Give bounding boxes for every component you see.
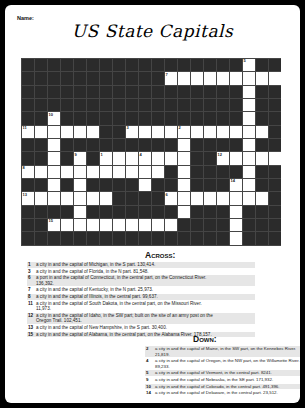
- across-clue-3: 3a city in and the capital of Florida, i…: [27, 269, 255, 275]
- cell-r2c18: [256, 86, 268, 98]
- cell-r11c8: [126, 206, 138, 218]
- cell-r11c18: [256, 206, 268, 218]
- cell-r10c3[interactable]: [61, 192, 73, 204]
- cell-r6c12[interactable]: [178, 139, 190, 151]
- cell-r12c13: [191, 219, 203, 231]
- cell-r12c1: [35, 219, 47, 231]
- cell-r7c0: [22, 152, 34, 164]
- cell-r3c7: [113, 99, 125, 111]
- cell-r0c12: [178, 59, 190, 71]
- cell-number-7: 7: [166, 73, 168, 78]
- cell-r9c16[interactable]: 14: [230, 179, 242, 191]
- cell-r2c1: [35, 86, 47, 98]
- cell-r6c16: [230, 139, 242, 151]
- cell-r6c9: [139, 139, 151, 151]
- cell-number-15: 15: [49, 219, 53, 224]
- cell-r5c17[interactable]: [243, 126, 255, 138]
- cell-r9c0: [22, 179, 34, 191]
- puzzle-title: US State Capitals: [5, 21, 300, 41]
- cell-r5c7: [113, 126, 125, 138]
- cell-r3c19: [269, 99, 281, 111]
- cell-r6c13: [191, 139, 203, 151]
- cell-number-3: 3: [127, 126, 129, 131]
- cell-number-6: 6: [166, 193, 168, 198]
- cell-r9c3: [61, 179, 73, 191]
- cell-r6c15: [217, 139, 229, 151]
- cell-r12c9[interactable]: [139, 219, 151, 231]
- cell-r12c7[interactable]: [113, 219, 125, 231]
- cell-r9c18: [256, 179, 268, 191]
- cell-r7c6[interactable]: 1: [100, 152, 112, 164]
- cell-r10c14[interactable]: [204, 192, 216, 204]
- cell-r9c10: [152, 179, 164, 191]
- down-clue-5: 5a city in and the capital of Vermont, i…: [145, 370, 300, 376]
- across-clue-8: 8a city in and the capital of Illinois, …: [27, 294, 255, 300]
- cell-r9c4[interactable]: [74, 179, 86, 191]
- cell-r11c1: [35, 206, 47, 218]
- cell-r9c5: [87, 179, 99, 191]
- cell-r3c16: [230, 99, 242, 111]
- cell-r2c19: [269, 86, 281, 98]
- cell-r10c7: [113, 192, 125, 204]
- across-clue-7: 7a city in and the capital of Kentucky, …: [27, 287, 255, 293]
- down-clue-text: a city in and the capital of Nebraska, i…: [155, 377, 300, 383]
- down-clue-number: 10: [145, 384, 155, 390]
- cell-r4c14: [204, 112, 216, 124]
- down-heading: Down:: [145, 334, 300, 344]
- cell-r1c8: [126, 72, 138, 84]
- cell-r0c11: [165, 59, 177, 71]
- cell-r13c11: [165, 232, 177, 244]
- cell-r10c17[interactable]: [243, 192, 255, 204]
- cell-r3c0: [22, 99, 34, 111]
- cell-r0c3: [61, 59, 73, 71]
- down-clue-text: a city in and the capital of Oregon, in …: [155, 358, 300, 369]
- cell-r5c3[interactable]: [61, 126, 73, 138]
- cell-r1c14[interactable]: [204, 72, 216, 84]
- cell-r1c0: [22, 72, 34, 84]
- cell-r8c14: [204, 166, 216, 178]
- cell-r8c1[interactable]: [35, 166, 47, 178]
- cell-r3c6: [100, 99, 112, 111]
- cell-r10c18[interactable]: [256, 192, 268, 204]
- cell-r6c17[interactable]: [243, 139, 255, 151]
- cell-r1c13[interactable]: [191, 72, 203, 84]
- cell-r13c9: [139, 232, 151, 244]
- across-clue-number: 3: [27, 269, 36, 275]
- cell-r3c13: [191, 99, 203, 111]
- cell-r4c1: [35, 112, 47, 124]
- cell-r11c0: [22, 206, 34, 218]
- cell-r13c14: [204, 232, 216, 244]
- cell-r2c7: [113, 86, 125, 98]
- cell-r3c18: [256, 99, 268, 111]
- cell-r1c18[interactable]: [256, 72, 268, 84]
- cell-r12c10[interactable]: [152, 219, 164, 231]
- across-section: Across: 1a city in and the capital of Mi…: [27, 250, 255, 338]
- cell-r9c13: [191, 179, 203, 191]
- cell-r2c6: [100, 86, 112, 98]
- cell-r8c8[interactable]: [126, 166, 138, 178]
- cell-r4c12: [178, 112, 190, 124]
- cell-r5c12[interactable]: 2: [178, 126, 190, 138]
- down-clue-number: 2: [145, 346, 155, 352]
- cell-r13c4: [74, 232, 86, 244]
- cell-r4c3: [61, 112, 73, 124]
- cell-r8c0[interactable]: 8: [22, 166, 34, 178]
- cell-r5c8[interactable]: 3: [126, 126, 138, 138]
- cell-r4c2[interactable]: 10: [48, 112, 60, 124]
- cell-r10c2[interactable]: [48, 192, 60, 204]
- cell-r7c2[interactable]: [48, 152, 60, 164]
- cell-r1c3: [61, 72, 73, 84]
- cell-r3c8: [126, 99, 138, 111]
- cell-r8c6[interactable]: [100, 166, 112, 178]
- cell-r10c10: [152, 192, 164, 204]
- cell-r0c18: [256, 59, 268, 71]
- down-clue-number: 5: [145, 370, 155, 376]
- cell-r4c15: [217, 112, 229, 124]
- cell-r12c6[interactable]: [100, 219, 112, 231]
- cell-r6c1: [35, 139, 47, 151]
- cell-r13c8: [126, 232, 138, 244]
- cell-r12c12: [178, 219, 190, 231]
- cell-r5c9[interactable]: [139, 126, 151, 138]
- cell-r2c4: [74, 86, 86, 98]
- cell-r2c8: [126, 86, 138, 98]
- down-clue-number: 9: [145, 377, 155, 383]
- cell-number-8: 8: [23, 166, 25, 171]
- cell-r0c5: [87, 59, 99, 71]
- cell-r8c17[interactable]: [243, 166, 255, 178]
- cell-r7c13: [191, 152, 203, 164]
- cell-r10c12[interactable]: [178, 192, 190, 204]
- cell-r12c4[interactable]: [74, 219, 86, 231]
- cell-r8c4[interactable]: [74, 166, 86, 178]
- cell-r7c4[interactable]: 9: [74, 152, 86, 164]
- cell-r3c5: [87, 99, 99, 111]
- across-clue-text: a port in and the capital of Connecticut…: [36, 275, 214, 286]
- down-clue-2: 2a city in and the capital of Maine, in …: [145, 346, 300, 357]
- cell-r8c9[interactable]: [139, 166, 151, 178]
- cell-r5c2[interactable]: [48, 126, 60, 138]
- cell-r11c9: [139, 206, 151, 218]
- cell-r2c11: [165, 86, 177, 98]
- cell-r5c10[interactable]: [152, 126, 164, 138]
- across-clue-number: 12: [27, 313, 36, 319]
- cell-r11c16[interactable]: [230, 206, 242, 218]
- cell-r0c13: [191, 59, 203, 71]
- across-clue-number: 6: [27, 275, 36, 281]
- across-clue-number: 11: [27, 301, 36, 307]
- cell-r13c19: [269, 232, 281, 244]
- cell-r9c15: [217, 179, 229, 191]
- across-clue-number: 7: [27, 287, 36, 293]
- across-clue-number: 15: [27, 332, 36, 338]
- cell-r10c16[interactable]: [230, 192, 242, 204]
- cell-r5c0[interactable]: 11: [22, 126, 34, 138]
- cell-r6c3: [61, 139, 73, 151]
- cell-r2c10: [152, 86, 164, 98]
- cell-r6c8: [126, 139, 138, 151]
- cell-r4c5: [87, 112, 99, 124]
- cell-r7c11[interactable]: [165, 152, 177, 164]
- cell-r1c11[interactable]: 7: [165, 72, 177, 84]
- across-clue-number: 8: [27, 294, 36, 300]
- cell-r13c13: [191, 232, 203, 244]
- cell-r13c16[interactable]: [230, 232, 242, 244]
- down-section: Down: 2a city in and the capital of Main…: [145, 334, 300, 397]
- cell-r11c11: [165, 206, 177, 218]
- cell-r4c7: [113, 112, 125, 124]
- cell-r10c8: [126, 192, 138, 204]
- cell-r12c17: [243, 219, 255, 231]
- cell-r12c0: [22, 219, 34, 231]
- cell-r13c0: [22, 232, 34, 244]
- cell-r5c4[interactable]: [74, 126, 86, 138]
- cell-number-2: 2: [179, 126, 181, 131]
- cell-r2c15: [217, 86, 229, 98]
- worksheet: { "game": "crossword", "puzzle_title": "…: [0, 0, 305, 408]
- cell-number-5: 5: [244, 59, 246, 64]
- cell-r7c15[interactable]: 12: [217, 152, 229, 164]
- cell-r9c2[interactable]: [48, 179, 60, 191]
- cell-r7c8[interactable]: [126, 152, 138, 164]
- cell-r0c19: [269, 59, 281, 71]
- cell-r9c6: [100, 179, 112, 191]
- cell-r1c15[interactable]: [217, 72, 229, 84]
- cell-r5c11[interactable]: [165, 126, 177, 138]
- cell-r5c18[interactable]: [256, 126, 268, 138]
- cell-r11c7: [113, 206, 125, 218]
- cell-r9c12[interactable]: [178, 179, 190, 191]
- cell-r0c1: [35, 59, 47, 71]
- cell-r13c3: [61, 232, 73, 244]
- cell-r5c16[interactable]: [230, 126, 242, 138]
- cell-r10c0[interactable]: 13: [22, 192, 34, 204]
- down-clue-text: a city in and the capital of Colorado, i…: [155, 384, 300, 390]
- cell-r12c18: [256, 219, 268, 231]
- cell-r2c3: [61, 86, 73, 98]
- cell-r7c16[interactable]: [230, 152, 242, 164]
- cell-r13c7: [113, 232, 125, 244]
- cell-r2c16: [230, 86, 242, 98]
- cell-r9c17[interactable]: [243, 179, 255, 191]
- cell-r1c12[interactable]: [178, 72, 190, 84]
- cell-r1c1: [35, 72, 47, 84]
- cell-r3c17[interactable]: [243, 99, 255, 111]
- cell-r6c6: [100, 139, 112, 151]
- cell-number-12: 12: [218, 153, 222, 158]
- cell-r8c12[interactable]: [178, 166, 190, 178]
- cell-number-14: 14: [231, 179, 235, 184]
- cell-r8c16: [230, 166, 242, 178]
- down-clue-text: a city in and the capital of Maine, in t…: [155, 346, 300, 357]
- cell-r9c7: [113, 179, 125, 191]
- cell-r12c15: [217, 219, 229, 231]
- worksheet-page: Name: US State Capitals 5710113291412814…: [5, 5, 300, 403]
- cell-r0c6: [100, 59, 112, 71]
- cell-r8c7[interactable]: [113, 166, 125, 178]
- cell-r3c11: [165, 99, 177, 111]
- cell-r4c11: [165, 112, 177, 124]
- cell-r10c6[interactable]: [100, 192, 112, 204]
- cell-r9c9[interactable]: [139, 179, 151, 191]
- cell-r13c5: [87, 232, 99, 244]
- cell-r10c19: [269, 192, 281, 204]
- cell-r3c10: [152, 99, 164, 111]
- cell-r2c14: [204, 86, 216, 98]
- down-clue-number: 4: [145, 358, 155, 364]
- cell-r8c19: [269, 166, 281, 178]
- cell-r1c16[interactable]: [230, 72, 242, 84]
- cell-r12c3[interactable]: [61, 219, 73, 231]
- cell-r4c4: [74, 112, 86, 124]
- across-clue-12: 12a city in and the capital of Idaho, in…: [27, 313, 255, 324]
- cell-r0c16: [230, 59, 242, 71]
- across-clue-number: 13: [27, 325, 36, 331]
- across-clue-1: 1a city in and the capital of Michigan, …: [27, 262, 255, 268]
- down-clue-14: 14a city in and the capital of Delaware,…: [145, 390, 300, 396]
- cell-r4c18: [256, 112, 268, 124]
- cell-r11c14: [204, 206, 216, 218]
- cell-r7c19[interactable]: [269, 152, 281, 164]
- cell-r11c3: [61, 206, 73, 218]
- cell-r8c11: [165, 166, 177, 178]
- cell-r8c3[interactable]: [61, 166, 73, 178]
- cell-r0c10: [152, 59, 164, 71]
- cell-r3c2: [48, 99, 60, 111]
- across-clue-13: 13a city in and the capital of New Hamps…: [27, 325, 255, 331]
- across-heading: Across:: [27, 250, 255, 260]
- cell-r2c17[interactable]: [243, 86, 255, 98]
- across-clue-number: 1: [27, 262, 36, 268]
- cell-r13c1: [35, 232, 47, 244]
- cell-r3c4: [74, 99, 86, 111]
- cell-r11c4[interactable]: [74, 206, 86, 218]
- cell-r10c5[interactable]: [87, 192, 99, 204]
- cell-r5c5[interactable]: [87, 126, 99, 138]
- cell-r12c8[interactable]: [126, 219, 138, 231]
- cell-r1c10: [152, 72, 164, 84]
- cell-r7c3: [61, 152, 73, 164]
- cell-r2c12: [178, 86, 190, 98]
- cell-r7c14: [204, 152, 216, 164]
- cell-r0c15: [217, 59, 229, 71]
- crossword-grid: 571011329141281413615: [21, 58, 281, 246]
- cell-r13c2: [48, 232, 60, 244]
- cell-r7c5: [87, 152, 99, 164]
- cell-r0c17[interactable]: 5: [243, 59, 255, 71]
- cell-r1c5: [87, 72, 99, 84]
- down-clue-9: 9a city in and the capital of Nebraska, …: [145, 377, 300, 383]
- cell-r3c15: [217, 99, 229, 111]
- cell-r7c18[interactable]: [256, 152, 268, 164]
- cell-r6c4: [74, 139, 86, 151]
- cell-r4c9: [139, 112, 151, 124]
- cell-r6c19: [269, 139, 281, 151]
- cell-r11c5: [87, 206, 99, 218]
- cell-r12c16[interactable]: [230, 219, 242, 231]
- cell-r3c9: [139, 99, 151, 111]
- cell-r3c3: [61, 99, 73, 111]
- cell-r11c17: [243, 206, 255, 218]
- cell-r10c11[interactable]: 6: [165, 192, 177, 204]
- cell-r9c11: [165, 179, 177, 191]
- cell-r8c2[interactable]: [48, 166, 60, 178]
- cell-r4c10: [152, 112, 164, 124]
- cell-r7c17[interactable]: [243, 152, 255, 164]
- cell-r3c1: [35, 99, 47, 111]
- cell-r6c5: [87, 139, 99, 151]
- cell-r11c13: [191, 206, 203, 218]
- down-clue-4: 4a city in and the capital of Oregon, in…: [145, 358, 300, 369]
- cell-r12c14: [204, 219, 216, 231]
- cell-r4c0: [22, 112, 34, 124]
- cell-r5c13[interactable]: [191, 126, 203, 138]
- cell-r1c6: [100, 72, 112, 84]
- cell-r1c17[interactable]: [243, 72, 255, 84]
- cell-number-11: 11: [23, 126, 27, 131]
- cell-r4c8: [126, 112, 138, 124]
- cell-r5c6: [100, 126, 112, 138]
- across-clue-text: a city in and the capital of Idaho, in t…: [36, 313, 214, 324]
- cell-r7c9[interactable]: 4: [139, 152, 151, 164]
- cell-r5c15[interactable]: [217, 126, 229, 138]
- cell-r10c4[interactable]: [74, 192, 86, 204]
- cell-r7c12[interactable]: [178, 152, 190, 164]
- cell-r12c11[interactable]: [165, 219, 177, 231]
- across-clue-text: a city in and the capital of Illinois, i…: [36, 294, 214, 300]
- cell-r1c19[interactable]: [269, 72, 281, 84]
- cell-r11c19: [269, 206, 281, 218]
- cell-r10c1[interactable]: [35, 192, 47, 204]
- cell-r0c2: [48, 59, 60, 71]
- cell-r12c19: [269, 219, 281, 231]
- cell-r5c14[interactable]: [204, 126, 216, 138]
- cell-r5c1[interactable]: [35, 126, 47, 138]
- cell-r12c2[interactable]: 15: [48, 219, 60, 231]
- cell-r1c7: [113, 72, 125, 84]
- cell-number-13: 13: [23, 193, 27, 198]
- cell-r1c2: [48, 72, 60, 84]
- cell-r8c10[interactable]: [152, 166, 164, 178]
- across-clue-text: a city in and the capital of New Hampshi…: [36, 325, 214, 331]
- cell-r0c14: [204, 59, 216, 71]
- cell-r9c1: [35, 179, 47, 191]
- cell-r9c19: [269, 179, 281, 191]
- cell-r12c5[interactable]: [87, 219, 99, 231]
- cell-r8c5[interactable]: [87, 166, 99, 178]
- cell-r8c15: [217, 166, 229, 178]
- cell-r7c10[interactable]: [152, 152, 164, 164]
- across-clue-text: a city in and the capital of South Dakot…: [36, 301, 214, 312]
- cell-r6c2[interactable]: [48, 139, 60, 151]
- cell-r10c13[interactable]: [191, 192, 203, 204]
- cell-r10c15[interactable]: [217, 192, 229, 204]
- cell-r9c8: [126, 179, 138, 191]
- cell-r4c17[interactable]: [243, 112, 255, 124]
- across-clue-text: a city in and the capital of Florida, in…: [36, 269, 214, 275]
- cell-r11c12[interactable]: [178, 206, 190, 218]
- cell-r1c4: [74, 72, 86, 84]
- cell-r6c10: [152, 139, 164, 151]
- down-clue-10: 10a city in and the capital of Colorado,…: [145, 384, 300, 390]
- across-clue-text: a city in and the capital of Kentucky, i…: [36, 287, 214, 293]
- cell-r7c1: [35, 152, 47, 164]
- cell-r13c15: [217, 232, 229, 244]
- cell-r7c7[interactable]: [113, 152, 125, 164]
